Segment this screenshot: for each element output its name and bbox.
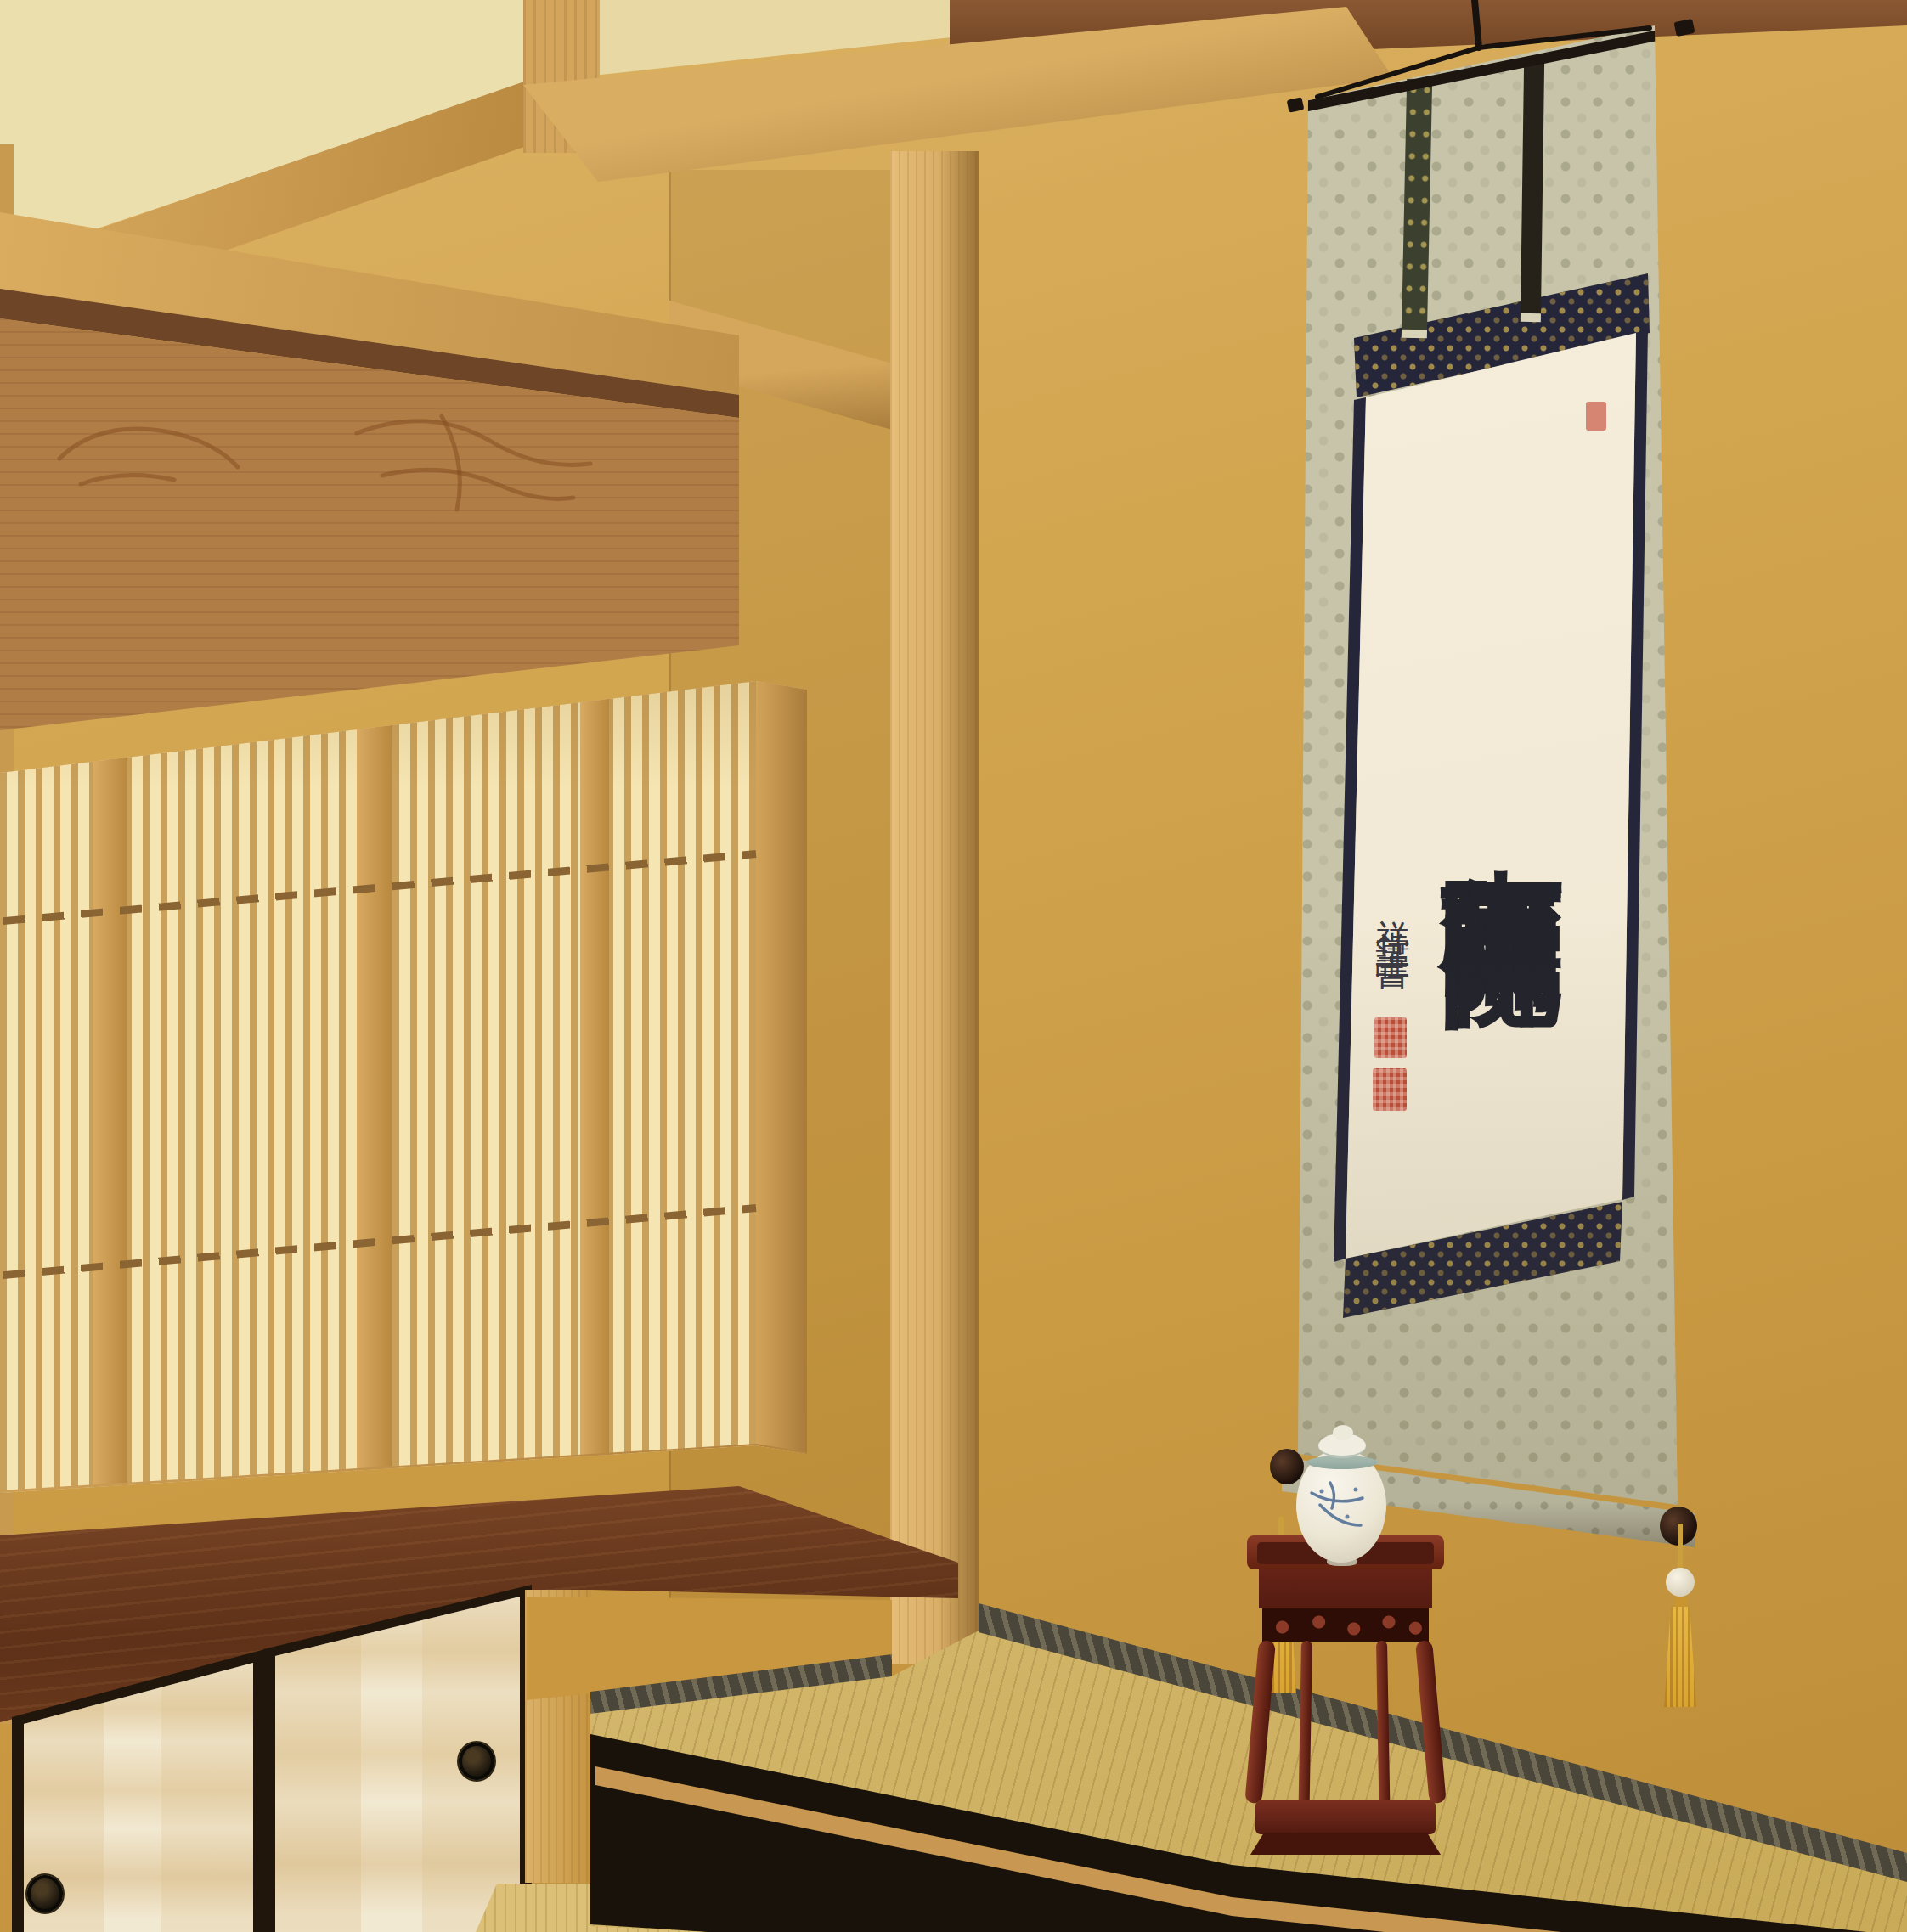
tassel-bead	[1666, 1568, 1695, 1597]
stand-leg	[1376, 1641, 1390, 1807]
photo-tatami-room: 南無阿彌陀佛 祥堂謹書	[0, 0, 1907, 1932]
tassel-fringe	[1664, 1607, 1696, 1707]
stand-leg	[1299, 1641, 1312, 1807]
tassel-right	[1660, 1524, 1701, 1721]
display-stand	[1247, 1534, 1447, 1873]
stand-leg	[1244, 1640, 1276, 1804]
tassel-neck	[1674, 1597, 1686, 1607]
stand-feet	[1250, 1833, 1441, 1855]
hanging-cord	[0, 0, 1907, 1932]
stand-openwork	[1262, 1608, 1429, 1642]
stand-leg	[1415, 1640, 1447, 1804]
tassel-cord	[1678, 1524, 1683, 1569]
porcelain-jar	[1295, 1425, 1390, 1568]
stand-apron	[1259, 1569, 1432, 1608]
jar-lid-knob	[1333, 1425, 1353, 1440]
stand-base-shelf	[1255, 1800, 1436, 1834]
